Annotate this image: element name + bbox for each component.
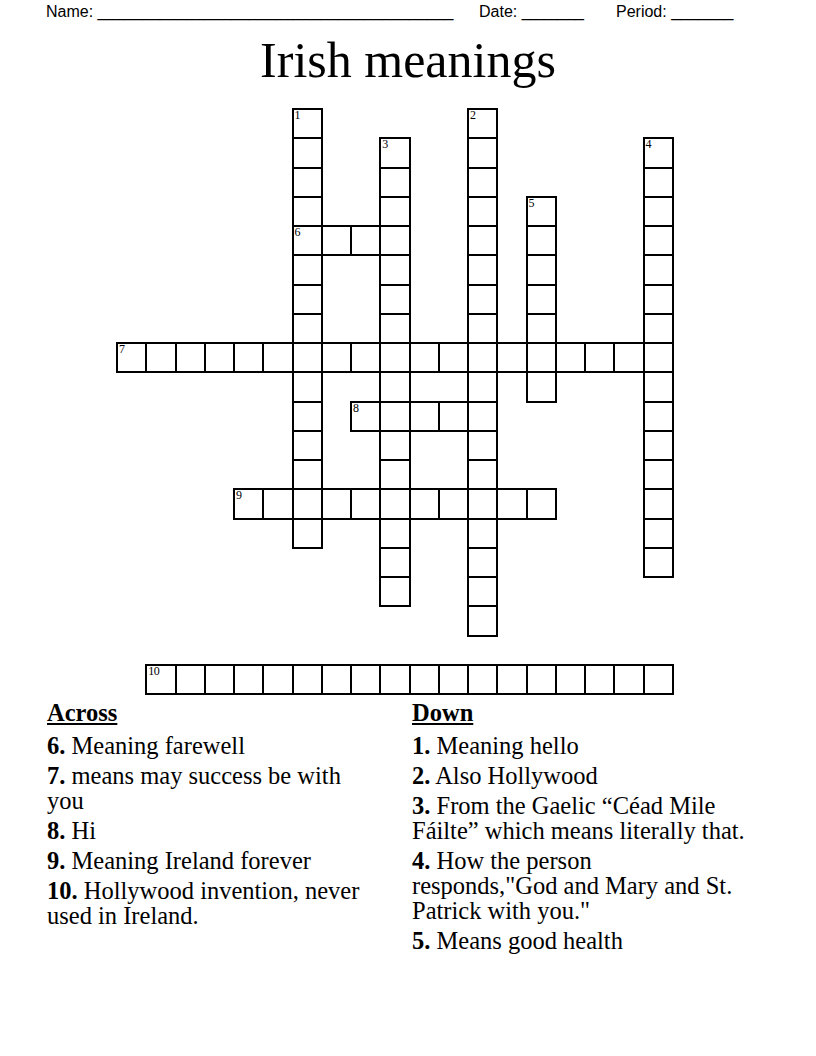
grid-cell-r11c12[interactable] (467, 430, 498, 461)
across-clue-6: 6. Meaning farewell (47, 733, 392, 758)
grid-cell-r3c14[interactable]: 5 (526, 196, 557, 227)
grid-cell-r13c5[interactable] (262, 488, 293, 519)
grid-cell-r4c18[interactable] (643, 225, 674, 256)
across-clues-list: 6. Meaning farewell7. means may success … (47, 733, 392, 928)
grid-cell-r5c12[interactable] (467, 254, 498, 285)
grid-cell-r11c9[interactable] (379, 430, 410, 461)
down-clue-1: 1. Meaning hello (412, 733, 782, 758)
grid-cell-r4c8[interactable] (350, 225, 381, 256)
cell-number-8: 8 (353, 402, 359, 415)
grid-cell-r16c9[interactable] (379, 576, 410, 607)
grid-cell-r5c9[interactable] (379, 254, 410, 285)
down-clue-4-line-1: responds,"God and Mary and St. (412, 873, 782, 898)
grid-cell-r3c9[interactable] (379, 196, 410, 227)
grid-cell-r10c11[interactable] (438, 401, 469, 432)
down-clues-header: Down (412, 700, 782, 726)
grid-cell-r19c4[interactable] (233, 664, 264, 695)
grid-cell-r1c9[interactable]: 3 (379, 137, 410, 168)
down-clue-5: 5. Means good health (412, 928, 782, 953)
grid-cell-r13c11[interactable] (438, 488, 469, 519)
grid-cell-r8c18[interactable] (643, 342, 674, 373)
grid-cell-r10c10[interactable] (409, 401, 440, 432)
across-clue-6-number: 6. (47, 732, 65, 759)
grid-cell-r14c18[interactable] (643, 518, 674, 549)
grid-cell-r19c15[interactable] (555, 664, 586, 695)
grid-cell-r8c13[interactable] (496, 342, 527, 373)
across-clue-8-number: 8. (47, 817, 65, 844)
grid-cell-r8c5[interactable] (262, 342, 293, 373)
grid-cell-r4c9[interactable] (379, 225, 410, 256)
across-clue-7: 7. means may success be withyou (47, 763, 392, 813)
cell-number-6: 6 (295, 226, 301, 239)
grid-cell-r13c4[interactable]: 9 (233, 488, 264, 519)
across-clues-section: Across 6. Meaning farewell7. means may s… (47, 700, 392, 933)
grid-cell-r8c11[interactable] (438, 342, 469, 373)
grid-cell-r10c6[interactable] (292, 401, 323, 432)
down-clue-4-number: 4. (412, 847, 430, 874)
grid-cell-r13c18[interactable] (643, 488, 674, 519)
grid-cell-r5c6[interactable] (292, 254, 323, 285)
across-clues-header: Across (47, 700, 392, 726)
grid-cell-r12c12[interactable] (467, 459, 498, 490)
grid-cell-r8c6[interactable] (292, 342, 323, 373)
grid-cell-r3c12[interactable] (467, 196, 498, 227)
grid-cell-r8c12[interactable] (467, 342, 498, 373)
grid-cell-r13c8[interactable] (350, 488, 381, 519)
down-clue-5-number: 5. (412, 927, 430, 954)
cell-number-3: 3 (382, 138, 388, 151)
grid-cell-r19c11[interactable] (438, 664, 469, 695)
grid-cell-r9c6[interactable] (292, 371, 323, 402)
down-clue-3-number: 3. (412, 792, 430, 819)
down-clue-2-line-0: 2. Also Hollywood (412, 763, 782, 788)
grid-cell-r8c0[interactable]: 7 (116, 342, 147, 373)
grid-cell-r19c2[interactable] (175, 664, 206, 695)
grid-cell-r10c9[interactable] (379, 401, 410, 432)
grid-cell-r19c12[interactable] (467, 664, 498, 695)
grid-cell-r19c6[interactable] (292, 664, 323, 695)
down-clue-5-line-0: 5. Means good health (412, 928, 782, 953)
grid-cell-r8c9[interactable] (379, 342, 410, 373)
down-clue-4-line-2: Patrick with you." (412, 898, 782, 923)
grid-cell-r13c6[interactable] (292, 488, 323, 519)
grid-cell-r12c9[interactable] (379, 459, 410, 490)
cell-number-2: 2 (470, 109, 476, 122)
grid-cell-r19c13[interactable] (496, 664, 527, 695)
down-clue-4: 4. How the personresponds,"God and Mary … (412, 848, 782, 923)
grid-cell-r8c8[interactable] (350, 342, 381, 373)
grid-cell-r2c9[interactable] (379, 167, 410, 198)
across-clue-8: 8. Hi (47, 818, 392, 843)
grid-cell-r1c18[interactable]: 4 (643, 137, 674, 168)
grid-cell-r19c17[interactable] (613, 664, 644, 695)
grid-cell-r2c18[interactable] (643, 167, 674, 198)
across-clue-7-line-1: you (47, 788, 392, 813)
grid-cell-r8c7[interactable] (321, 342, 352, 373)
grid-cell-r6c14[interactable] (526, 284, 557, 315)
across-clue-8-line-0: 8. Hi (47, 818, 392, 843)
grid-cell-r8c17[interactable] (613, 342, 644, 373)
grid-cell-r6c18[interactable] (643, 284, 674, 315)
grid-cell-r9c14[interactable] (526, 371, 557, 402)
grid-cell-r3c6[interactable] (292, 196, 323, 227)
grid-cell-r19c5[interactable] (262, 664, 293, 695)
grid-cell-r14c12[interactable] (467, 518, 498, 549)
grid-cell-r13c10[interactable] (409, 488, 440, 519)
grid-cell-r19c1[interactable]: 10 (145, 664, 176, 695)
cell-number-5: 5 (529, 197, 535, 210)
grid-cell-r15c9[interactable] (379, 547, 410, 578)
grid-cell-r8c15[interactable] (555, 342, 586, 373)
grid-cell-r5c18[interactable] (643, 254, 674, 285)
grid-cell-r14c9[interactable] (379, 518, 410, 549)
crossword-grid: 12345678910 (0, 0, 816, 700)
grid-cell-r9c18[interactable] (643, 371, 674, 402)
across-clue-6-line-0: 6. Meaning farewell (47, 733, 392, 758)
worksheet-page: Name: __________________________________… (0, 0, 816, 1056)
grid-cell-r7c14[interactable] (526, 313, 557, 344)
across-clue-9-number: 9. (47, 847, 65, 874)
down-clues-list: 1. Meaning hello2. Also Hollywood3. From… (412, 733, 782, 953)
grid-cell-r19c7[interactable] (321, 664, 352, 695)
grid-cell-r16c12[interactable] (467, 576, 498, 607)
cell-number-1: 1 (295, 109, 301, 122)
grid-cell-r1c6[interactable] (292, 137, 323, 168)
grid-cell-r8c3[interactable] (204, 342, 235, 373)
grid-cell-r13c13[interactable] (496, 488, 527, 519)
down-clues-section: Down 1. Meaning hello2. Also Hollywood3.… (412, 700, 782, 958)
grid-cell-r10c18[interactable] (643, 401, 674, 432)
across-clue-7-number: 7. (47, 762, 65, 789)
grid-cell-r12c6[interactable] (292, 459, 323, 490)
grid-cell-r15c18[interactable] (643, 547, 674, 578)
grid-cell-r2c12[interactable] (467, 167, 498, 198)
grid-cell-r8c16[interactable] (584, 342, 615, 373)
grid-cell-r13c12[interactable] (467, 488, 498, 519)
grid-cell-r14c6[interactable] (292, 518, 323, 549)
grid-cell-r8c2[interactable] (175, 342, 206, 373)
grid-cell-r13c14[interactable] (526, 488, 557, 519)
grid-cell-r6c6[interactable] (292, 284, 323, 315)
across-clue-10: 10. Hollywood invention, neverused in Ir… (47, 878, 392, 928)
grid-cell-r19c16[interactable] (584, 664, 615, 695)
grid-cell-r8c1[interactable] (145, 342, 176, 373)
grid-cell-r0c12[interactable]: 2 (467, 108, 498, 139)
grid-cell-r10c8[interactable]: 8 (350, 401, 381, 432)
grid-cell-r7c12[interactable] (467, 313, 498, 344)
grid-cell-r11c18[interactable] (643, 430, 674, 461)
grid-cell-r19c8[interactable] (350, 664, 381, 695)
grid-cell-r8c4[interactable] (233, 342, 264, 373)
down-clue-1-line-0: 1. Meaning hello (412, 733, 782, 758)
across-clue-9: 9. Meaning Ireland forever (47, 848, 392, 873)
grid-cell-r3c18[interactable] (643, 196, 674, 227)
grid-cell-r9c12[interactable] (467, 371, 498, 402)
grid-cell-r19c9[interactable] (379, 664, 410, 695)
grid-cell-r17c12[interactable] (467, 605, 498, 636)
grid-cell-r4c14[interactable] (526, 225, 557, 256)
across-clue-7-line-0: 7. means may success be with (47, 763, 392, 788)
grid-cell-r15c12[interactable] (467, 547, 498, 578)
grid-cell-r4c7[interactable] (321, 225, 352, 256)
grid-cell-r0c6[interactable]: 1 (292, 108, 323, 139)
down-clue-1-number: 1. (412, 732, 430, 759)
down-clue-3: 3. From the Gaelic “Céad MileFáilte” whi… (412, 793, 782, 843)
grid-cell-r4c6[interactable]: 6 (292, 225, 323, 256)
down-clue-3-line-1: Fáilte” which means literally that. (412, 818, 782, 843)
grid-cell-r7c9[interactable] (379, 313, 410, 344)
grid-cell-r13c9[interactable] (379, 488, 410, 519)
down-clue-4-line-0: 4. How the person (412, 848, 782, 873)
grid-cell-r19c18[interactable] (643, 664, 674, 695)
cell-number-7: 7 (119, 343, 125, 356)
grid-cell-r19c10[interactable] (409, 664, 440, 695)
grid-cell-r9c9[interactable] (379, 371, 410, 402)
grid-cell-r7c6[interactable] (292, 313, 323, 344)
down-clue-3-line-0: 3. From the Gaelic “Céad Mile (412, 793, 782, 818)
grid-cell-r19c14[interactable] (526, 664, 557, 695)
cell-number-4: 4 (646, 138, 652, 151)
grid-cell-r7c18[interactable] (643, 313, 674, 344)
grid-cell-r12c18[interactable] (643, 459, 674, 490)
cell-number-10: 10 (148, 665, 159, 678)
grid-cell-r8c14[interactable] (526, 342, 557, 373)
across-clue-10-number: 10. (47, 877, 78, 904)
grid-cell-r11c6[interactable] (292, 430, 323, 461)
grid-cell-r6c12[interactable] (467, 284, 498, 315)
across-clue-9-line-0: 9. Meaning Ireland forever (47, 848, 392, 873)
grid-cell-r13c7[interactable] (321, 488, 352, 519)
grid-cell-r8c10[interactable] (409, 342, 440, 373)
grid-cell-r1c12[interactable] (467, 137, 498, 168)
down-clue-2: 2. Also Hollywood (412, 763, 782, 788)
grid-cell-r6c9[interactable] (379, 284, 410, 315)
across-clue-10-line-0: 10. Hollywood invention, never (47, 878, 392, 903)
down-clue-2-number: 2. (412, 762, 430, 789)
grid-cell-r10c12[interactable] (467, 401, 498, 432)
across-clue-10-line-1: used in Ireland. (47, 903, 392, 928)
grid-cell-r2c6[interactable] (292, 167, 323, 198)
grid-cell-r19c3[interactable] (204, 664, 235, 695)
grid-cell-r5c14[interactable] (526, 254, 557, 285)
grid-cell-r4c12[interactable] (467, 225, 498, 256)
cell-number-9: 9 (236, 489, 242, 502)
